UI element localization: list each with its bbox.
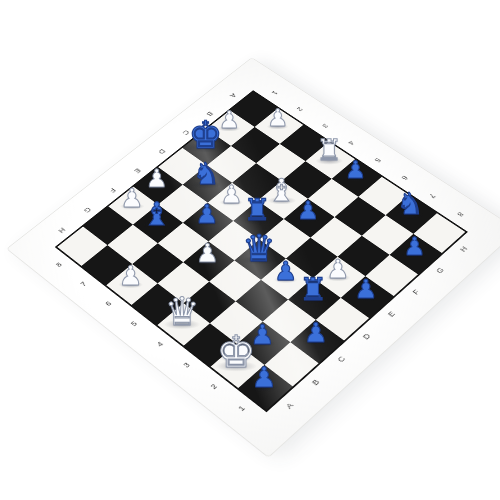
file-label-bottom-A: A — [281, 398, 299, 413]
piece-blue-queen-d4: ♛ — [242, 229, 275, 266]
rank-label-right-1: 1 — [267, 87, 282, 98]
piece-blue-pawn-d3: ♟ — [274, 258, 297, 284]
rank-label-left-6: 6 — [100, 297, 117, 311]
piece-blue-pawn-d6: ♟ — [195, 201, 218, 227]
file-label-top-D: D — [154, 146, 170, 158]
piece-white-pawn-e6: ♟ — [220, 181, 242, 206]
piece-blue-pawn-a1: ♟ — [252, 364, 277, 392]
file-label-bottom-C: C — [333, 352, 351, 366]
piece-white-king-a2: ♚ — [217, 330, 256, 374]
rank-label-right-7: 7 — [424, 190, 440, 203]
piece-white-queen-a4: ♛ — [165, 292, 200, 331]
rank-label-right-2: 2 — [292, 103, 308, 114]
file-label-bottom-D: D — [358, 329, 375, 343]
rank-label-right-6: 6 — [397, 172, 413, 184]
file-label-top-A: A — [225, 90, 240, 101]
piece-blue-bishop-c7: ♝ — [142, 198, 171, 230]
file-label-bottom-H: H — [455, 243, 472, 256]
piece-white-bishop-f5: ♝ — [268, 174, 296, 205]
rank-label-left-7: 7 — [75, 277, 92, 290]
piece-white-pawn-c5: ♟ — [196, 240, 219, 266]
piece-blue-king-f8: ♚ — [188, 116, 222, 154]
rank-label-right-8: 8 — [452, 208, 469, 221]
file-label-top-F: F — [105, 184, 121, 196]
piece-white-pawn-a6: ♟ — [119, 262, 143, 289]
file-label-bottom-B: B — [307, 375, 325, 390]
file-label-bottom-G: G — [431, 264, 448, 277]
rank-label-right-3: 3 — [317, 120, 333, 132]
piece-white-pawn-c8: ♟ — [120, 184, 143, 210]
file-label-top-H: H — [54, 224, 70, 237]
rank-label-left-3: 3 — [178, 358, 195, 372]
piece-blue-pawn-c1: ♟ — [304, 319, 328, 346]
rank-label-left-2: 2 — [205, 379, 223, 394]
piece-blue-knight-h2: ♞ — [396, 190, 423, 220]
piece-blue-rook-d2: ♜ — [299, 273, 327, 304]
piece-blue-rook-e5: ♜ — [244, 195, 271, 225]
piece-blue-pawn-g1: ♟ — [403, 233, 425, 258]
chess-product-photo: AABBCCDDEEFFGGHH1122334455667788 ♟♟♚♜♟♞♟… — [0, 0, 500, 500]
piece-white-pawn-d8: ♟ — [146, 165, 168, 190]
rank-label-left-5: 5 — [125, 317, 142, 331]
piece-white-rook-h5: ♜ — [316, 136, 342, 165]
file-label-bottom-E: E — [383, 307, 400, 321]
rank-label-left-8: 8 — [51, 258, 67, 271]
piece-blue-knight-e7: ♞ — [193, 159, 220, 189]
piece-blue-pawn-h4: ♟ — [345, 158, 367, 182]
file-label-bottom-F: F — [407, 285, 424, 299]
file-label-top-E: E — [129, 165, 145, 177]
rank-label-left-4: 4 — [151, 337, 168, 351]
piece-white-pawn-h7: ♟ — [267, 106, 289, 130]
piece-blue-pawn-f4: ♟ — [297, 198, 319, 223]
piece-white-pawn-e2: ♟ — [326, 256, 349, 282]
rank-label-left-1: 1 — [233, 401, 251, 416]
rank-label-right-4: 4 — [343, 137, 359, 149]
rank-label-right-5: 5 — [370, 154, 386, 166]
piece-blue-pawn-e1: ♟ — [354, 276, 377, 302]
file-label-top-G: G — [79, 204, 95, 216]
